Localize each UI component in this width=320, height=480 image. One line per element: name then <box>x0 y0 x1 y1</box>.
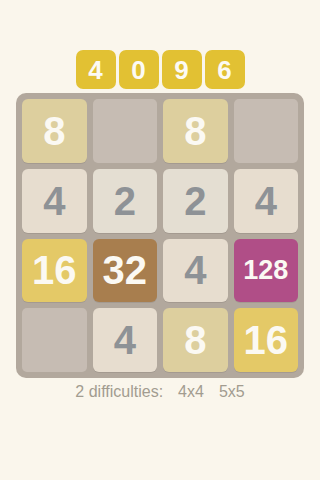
game-title: 4 0 9 6 <box>0 50 320 89</box>
difficulty-label: 2 difficulties: <box>75 383 163 401</box>
tile-8-r0c0: 8 <box>22 99 87 163</box>
title-digit-tile: 6 <box>205 50 245 89</box>
tile-8-r3c2: 8 <box>163 308 228 372</box>
empty-cell-r3c0 <box>22 308 87 372</box>
tile-value: 16 <box>244 320 289 360</box>
title-digit-tile: 4 <box>76 50 116 89</box>
tile-32-r2c1: 32 <box>93 239 158 303</box>
tile-4-r1c3: 4 <box>234 169 299 233</box>
difficulty-option-5x5[interactable]: 5x5 <box>219 383 245 401</box>
tile-16-r2c0: 16 <box>22 239 87 303</box>
tile-value: 8 <box>184 320 206 360</box>
tile-value: 8 <box>184 111 206 151</box>
tile-value: 4 <box>114 320 136 360</box>
tile-4-r3c1: 4 <box>93 308 158 372</box>
game-board[interactable]: 884224163241284816 <box>16 93 304 378</box>
tile-8-r0c2: 8 <box>163 99 228 163</box>
tile-value: 4 <box>43 181 65 221</box>
tile-value: 32 <box>103 250 148 290</box>
tile-128-r2c3: 128 <box>234 239 299 303</box>
tile-value: 4 <box>255 181 277 221</box>
tile-value: 2 <box>184 181 206 221</box>
difficulty-option-4x4[interactable]: 4x4 <box>178 383 204 401</box>
tile-2-r1c2: 2 <box>163 169 228 233</box>
tile-value: 16 <box>32 250 77 290</box>
tile-value: 128 <box>243 257 288 284</box>
empty-cell-r0c1 <box>93 99 158 163</box>
title-digit-tile: 9 <box>162 50 202 89</box>
tile-16-r3c3: 16 <box>234 308 299 372</box>
title-digit-tile: 0 <box>119 50 159 89</box>
difficulty-bar: 2 difficulties: 4x4 5x5 <box>0 383 320 401</box>
tile-value: 8 <box>43 111 65 151</box>
tile-value: 4 <box>184 250 206 290</box>
tile-4-r1c0: 4 <box>22 169 87 233</box>
tile-4-r2c2: 4 <box>163 239 228 303</box>
tile-2-r1c1: 2 <box>93 169 158 233</box>
empty-cell-r0c3 <box>234 99 299 163</box>
tile-value: 2 <box>114 181 136 221</box>
